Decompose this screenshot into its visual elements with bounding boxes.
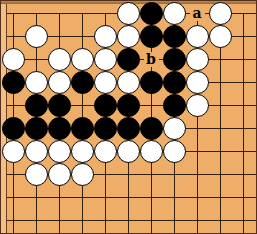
black-stone — [117, 48, 140, 71]
white-stone — [140, 140, 163, 163]
black-stone — [140, 2, 163, 25]
black-stone — [94, 117, 117, 140]
white-stone — [209, 25, 232, 48]
black-stone — [2, 71, 25, 94]
white-stone — [186, 71, 209, 94]
black-stone — [71, 71, 94, 94]
point-label-b[interactable]: b — [144, 52, 159, 67]
black-stone — [48, 117, 71, 140]
grid-line-v-10 — [243, 13, 244, 234]
black-stone — [140, 117, 163, 140]
point-label-a[interactable]: a — [190, 6, 205, 21]
white-stone — [94, 48, 117, 71]
white-stone — [2, 140, 25, 163]
grid-line-h-9 — [7, 220, 257, 221]
white-stone — [94, 71, 117, 94]
black-stone — [117, 117, 140, 140]
white-stone — [186, 48, 209, 71]
black-stone — [48, 94, 71, 117]
black-stone — [163, 48, 186, 71]
go-board[interactable]: ab — [0, 0, 257, 234]
white-stone — [94, 25, 117, 48]
white-stone — [25, 140, 48, 163]
white-stone — [48, 71, 71, 94]
white-stone — [117, 71, 140, 94]
white-stone — [117, 25, 140, 48]
black-stone — [163, 71, 186, 94]
white-stone — [117, 140, 140, 163]
white-stone — [48, 163, 71, 186]
black-stone — [25, 94, 48, 117]
white-stone — [163, 140, 186, 163]
white-stone — [71, 140, 94, 163]
white-stone — [94, 140, 117, 163]
black-stone — [163, 94, 186, 117]
white-stone — [48, 48, 71, 71]
white-stone — [209, 2, 232, 25]
black-stone — [71, 117, 94, 140]
white-stone — [25, 71, 48, 94]
white-stone — [25, 163, 48, 186]
white-stone — [48, 140, 71, 163]
white-stone — [163, 2, 186, 25]
black-stone — [140, 71, 163, 94]
board-frame-left — [0, 0, 7, 234]
black-stone — [2, 117, 25, 140]
white-stone — [25, 25, 48, 48]
grid-line-h-8 — [7, 197, 257, 198]
black-stone — [94, 94, 117, 117]
black-stone — [117, 94, 140, 117]
white-stone — [2, 48, 25, 71]
white-stone — [71, 48, 94, 71]
black-stone — [163, 25, 186, 48]
white-stone — [186, 94, 209, 117]
black-stone — [140, 25, 163, 48]
black-stone — [25, 117, 48, 140]
white-stone — [163, 117, 186, 140]
white-stone — [71, 163, 94, 186]
white-stone — [117, 2, 140, 25]
white-stone — [186, 25, 209, 48]
